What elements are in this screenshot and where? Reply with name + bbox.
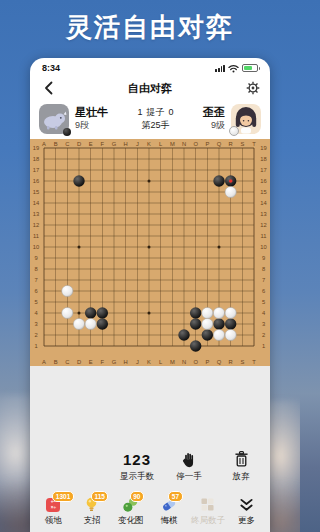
white-stone-Q2 [213, 329, 224, 340]
svg-text:A: A [42, 359, 46, 365]
white-player-rank: 9级 [203, 119, 225, 131]
svg-text:M: M [170, 359, 175, 365]
svg-text:11: 11 [33, 233, 39, 239]
svg-text:9: 9 [262, 255, 265, 261]
black-stone-R3 [225, 318, 236, 329]
svg-text:4: 4 [262, 310, 266, 316]
svg-text:K: K [147, 141, 151, 147]
game-status: 1提子0 第25手 [135, 106, 175, 132]
svg-text:F: F [101, 141, 105, 147]
undo-label: 悔棋 [161, 515, 178, 527]
black-stone-O1 [190, 340, 201, 351]
white-player-avatar[interactable] [231, 104, 261, 134]
svg-text:19: 19 [260, 145, 266, 151]
svg-text:B: B [54, 141, 58, 147]
svg-text:10: 10 [260, 244, 266, 250]
svg-text:19: 19 [33, 145, 39, 151]
svg-text:8: 8 [262, 266, 265, 272]
svg-text:T: T [252, 141, 256, 147]
settings-button[interactable] [245, 80, 261, 96]
svg-text:13: 13 [33, 211, 39, 217]
captures-row: 1提子0 [135, 106, 175, 119]
svg-text:13: 13 [260, 211, 266, 217]
svg-text:2: 2 [34, 332, 37, 338]
svg-text:17: 17 [260, 167, 266, 173]
svg-text:S: S [240, 359, 244, 365]
phone-screen-card: 8:34 自由对弈 [30, 58, 270, 532]
svg-text:18: 18 [260, 156, 266, 162]
svg-text:D: D [77, 359, 81, 365]
svg-text:T: T [252, 359, 256, 365]
pass-button[interactable]: 停一手 [166, 450, 212, 483]
white-stone-C6 [62, 285, 73, 296]
svg-text:12: 12 [33, 222, 39, 228]
svg-text:2: 2 [262, 332, 265, 338]
territory-label: 领地 [45, 515, 62, 527]
undo-button[interactable]: 57 悔棋 [150, 496, 188, 527]
svg-text:P: P [205, 141, 209, 147]
resign-label: 放弃 [233, 471, 250, 483]
svg-text:J: J [136, 359, 139, 365]
svg-text:C: C [65, 141, 69, 147]
svg-text:4: 4 [34, 310, 38, 316]
svg-text:12: 12 [260, 222, 266, 228]
svg-text:D: D [77, 141, 81, 147]
hint-badge: 115 [91, 491, 109, 502]
black-stone-N2 [178, 329, 189, 340]
count-grid-icon [201, 498, 214, 511]
move-number-label: 第25手 [135, 119, 175, 132]
svg-text:K: K [147, 359, 151, 365]
toolbar: +−×÷ 1301 领地 115 支招 [30, 496, 270, 532]
white-captures: 0 [169, 107, 174, 117]
back-chevron-icon [44, 81, 53, 95]
svg-text:Q: Q [217, 141, 222, 147]
svg-text:6: 6 [262, 288, 265, 294]
svg-text:11: 11 [260, 233, 266, 239]
white-player: 歪歪 9级 [203, 104, 261, 134]
svg-text:5: 5 [262, 299, 265, 305]
svg-text:E: E [89, 359, 93, 365]
white-stone-P3 [202, 318, 213, 329]
territory-badge: 1301 [52, 491, 73, 502]
svg-text:6: 6 [34, 288, 37, 294]
black-player-name: 星壮牛 [75, 106, 108, 119]
svg-text:9: 9 [34, 255, 37, 261]
hint-button[interactable]: 115 支招 [73, 496, 111, 527]
final-count-button: 终局数子 [189, 496, 227, 527]
svg-text:H: H [124, 359, 128, 365]
battery-icon [242, 64, 258, 72]
pass-label: 停一手 [176, 471, 202, 483]
variation-button[interactable]: 90 变化图 [112, 496, 150, 527]
nav-title: 自由对弈 [30, 78, 270, 98]
go-board-grid: AA1919BB1818CC1717DD1616EE1515FF1414GG13… [30, 139, 270, 366]
svg-text:15: 15 [33, 189, 39, 195]
black-stone-O3 [190, 318, 201, 329]
nav-bar: 自由对弈 [30, 78, 270, 98]
svg-text:15: 15 [260, 189, 266, 195]
svg-text:R: R [229, 359, 233, 365]
status-bar: 8:34 [30, 58, 270, 78]
svg-text:7: 7 [34, 277, 37, 283]
undo-badge: 57 [168, 491, 182, 502]
more-chevrons-icon [239, 498, 254, 512]
black-stone-E4 [85, 307, 96, 318]
white-stone-D3 [73, 318, 84, 329]
svg-text:F: F [101, 359, 105, 365]
svg-text:16: 16 [33, 178, 39, 184]
svg-text:L: L [159, 141, 163, 147]
svg-text:17: 17 [33, 167, 39, 173]
white-stone-R4 [225, 307, 236, 318]
svg-text:M: M [170, 141, 175, 147]
svg-text:14: 14 [260, 200, 267, 206]
black-player: 星壮牛 9段 [39, 104, 108, 134]
action-row: 123 显示手数 停一手 [30, 450, 270, 483]
svg-text:E: E [89, 141, 93, 147]
more-label: 更多 [238, 515, 255, 527]
page-title: 灵活自由对弈 [0, 10, 300, 45]
signal-icon [215, 64, 225, 72]
white-stone-C4 [62, 307, 73, 318]
svg-text:3: 3 [34, 321, 37, 327]
svg-text:Q: Q [217, 359, 222, 365]
svg-text:J: J [136, 141, 139, 147]
svg-text:3: 3 [262, 321, 265, 327]
svg-text:N: N [182, 141, 186, 147]
go-board[interactable]: AA1919BB1818CC1717DD1616EE1515FF1414GG13… [30, 139, 270, 366]
clock-time: 8:34 [42, 63, 60, 73]
svg-text:S: S [240, 141, 244, 147]
svg-text:L: L [159, 359, 163, 365]
black-player-avatar[interactable] [39, 104, 69, 134]
svg-text:1: 1 [262, 343, 265, 349]
black-stone-F3 [97, 318, 108, 329]
black-stone-Q16 [213, 175, 224, 186]
captures-label: 提子 [147, 107, 165, 117]
svg-text:10: 10 [33, 244, 39, 250]
svg-text:1: 1 [34, 343, 37, 349]
move-count-value: 123 [123, 451, 151, 468]
hand-icon [181, 451, 197, 468]
wifi-icon [228, 64, 239, 73]
back-button[interactable] [40, 80, 56, 96]
more-button[interactable]: 更多 [228, 496, 266, 527]
hint-label: 支招 [83, 515, 100, 527]
svg-text:G: G [112, 359, 117, 365]
svg-text:O: O [193, 359, 198, 365]
svg-text:N: N [182, 359, 186, 365]
variation-badge: 90 [130, 491, 144, 502]
white-player-name: 歪歪 [203, 106, 225, 119]
white-stone-badge [229, 126, 239, 136]
black-stone-P2 [202, 329, 213, 340]
black-stone-Q3 [213, 318, 224, 329]
resign-button[interactable]: 放弃 [218, 450, 264, 483]
svg-text:16: 16 [260, 178, 266, 184]
white-stone-R15 [225, 186, 236, 197]
show-move-numbers-button[interactable]: 123 显示手数 [114, 450, 160, 483]
svg-text:C: C [65, 359, 69, 365]
black-stone-D16 [73, 175, 84, 186]
black-player-rank: 9段 [75, 119, 108, 131]
svg-text:H: H [124, 141, 128, 147]
bottom-panel: 123 显示手数 停一手 [30, 366, 270, 532]
white-stone-P4 [202, 307, 213, 318]
svg-text:O: O [193, 141, 198, 147]
svg-text:P: P [205, 359, 209, 365]
black-stone-F4 [97, 307, 108, 318]
white-stone-E3 [85, 318, 96, 329]
white-stone-R2 [225, 329, 236, 340]
white-stone-Q4 [213, 307, 224, 318]
trash-icon [234, 451, 249, 467]
svg-text:18: 18 [33, 156, 39, 162]
svg-text:G: G [112, 141, 117, 147]
svg-text:14: 14 [33, 200, 40, 206]
gear-icon [246, 81, 260, 95]
final-count-label: 终局数子 [191, 515, 225, 527]
territory-button[interactable]: +−×÷ 1301 领地 [34, 496, 72, 527]
svg-text:A: A [42, 141, 46, 147]
black-stone-O4 [190, 307, 201, 318]
svg-text:R: R [229, 141, 233, 147]
svg-text:7: 7 [262, 277, 265, 283]
black-captures: 1 [137, 107, 142, 117]
svg-text:8: 8 [34, 266, 37, 272]
variation-label: 变化图 [118, 515, 144, 527]
svg-text:B: B [54, 359, 58, 365]
svg-text:5: 5 [34, 299, 37, 305]
show-move-numbers-label: 显示手数 [120, 471, 154, 483]
black-stone-badge [63, 128, 71, 136]
player-info-row: 星壮牛 9段 1提子0 第25手 歪歪 9级 [30, 98, 270, 139]
last-move-marker [229, 179, 233, 183]
